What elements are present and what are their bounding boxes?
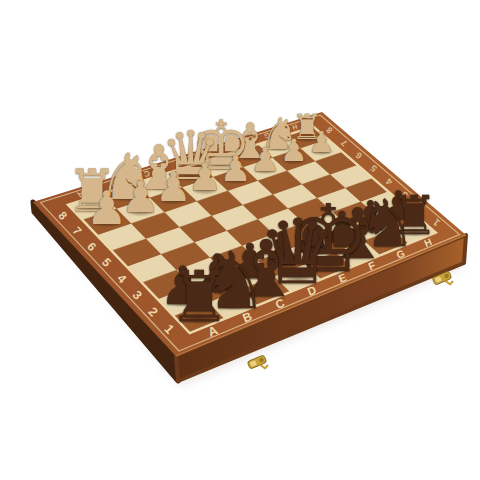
piece-white-pawn-g7[interactable]: ♟ [280, 135, 308, 166]
chess-set-photo: AABBCCDDEEFFGGHH1122334455667788 ♜♞♝♛♚♝♞… [0, 0, 480, 480]
piece-white-pawn-d7[interactable]: ♟ [188, 159, 222, 197]
piece-white-pawn-e7[interactable]: ♟ [220, 151, 252, 186]
piece-white-pawn-c7[interactable]: ♟ [155, 168, 191, 209]
pieces-layer: ♜♞♝♛♚♝♞♜♟♟♟♟♟♟♟♟♟♟♟♟♟♟♟♟♜♞♝♛♚♝♞♜ [0, 0, 480, 480]
piece-black-rook-a1[interactable]: ♜ [168, 263, 231, 333]
piece-white-pawn-f7[interactable]: ♟ [250, 143, 280, 176]
piece-white-pawn-h7[interactable]: ♟ [309, 127, 335, 156]
piece-white-pawn-a7[interactable]: ♟ [86, 185, 127, 231]
